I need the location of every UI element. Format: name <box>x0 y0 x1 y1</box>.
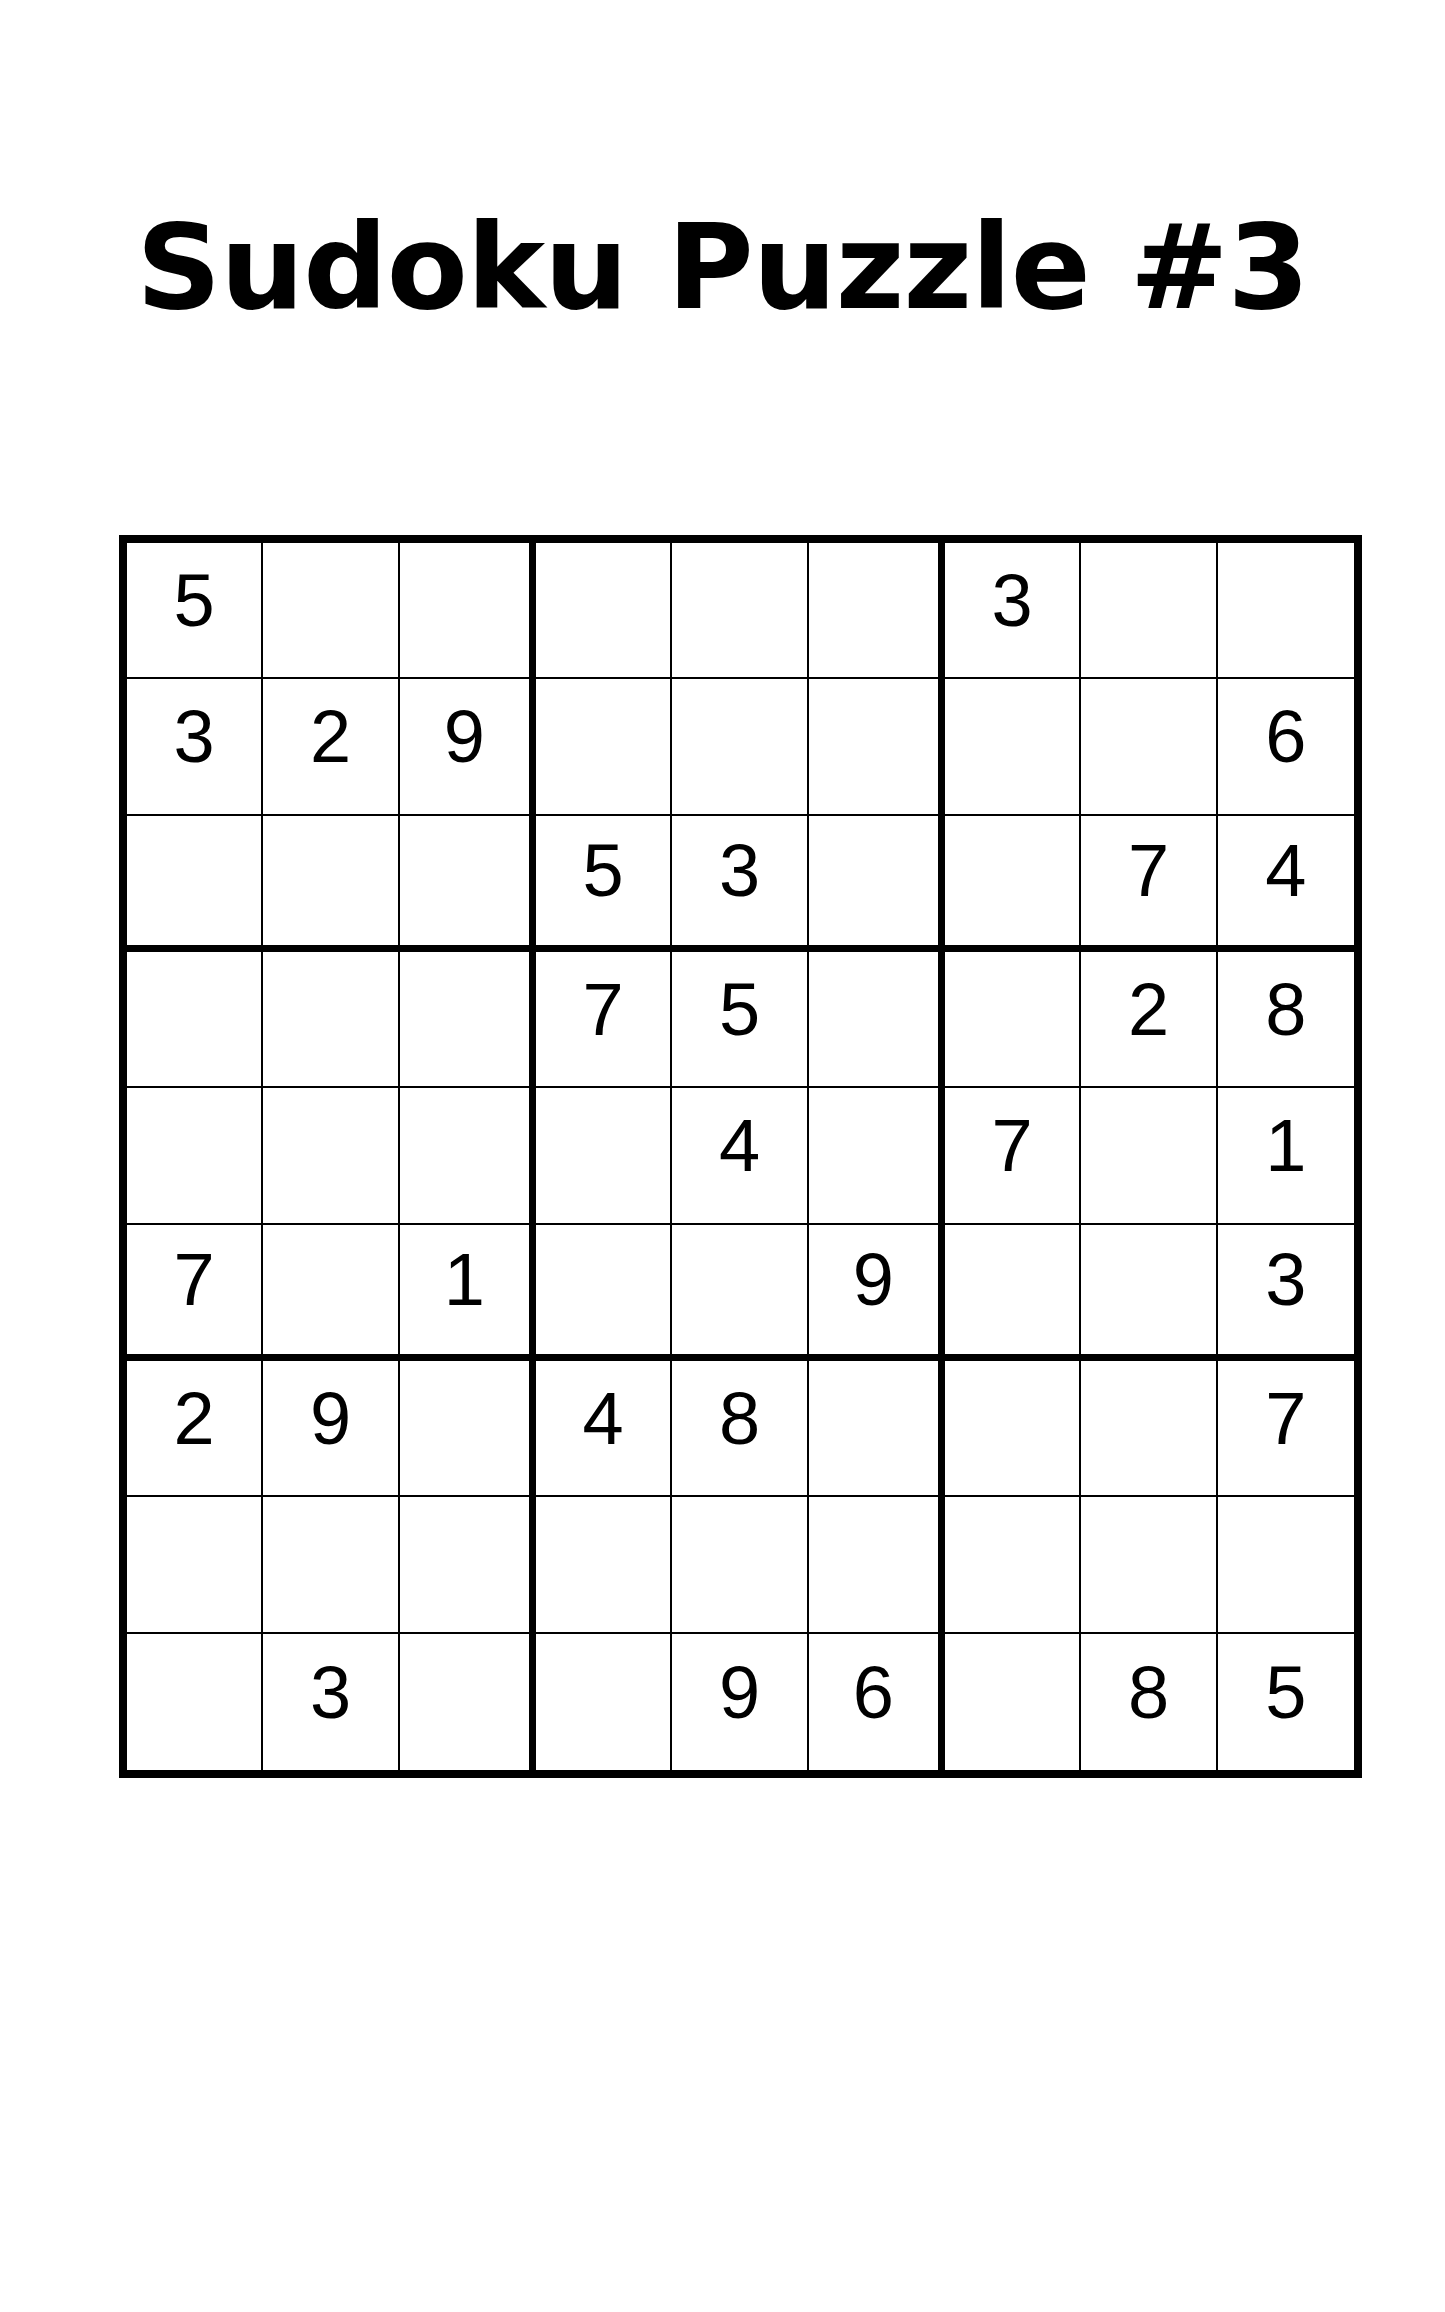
given-digit: 8 <box>1265 973 1306 1047</box>
cell-r8c9[interactable] <box>1218 1497 1354 1633</box>
cell-r4c7[interactable] <box>945 952 1081 1088</box>
cell-r1c2[interactable] <box>263 543 399 679</box>
given-digit: 3 <box>174 700 215 774</box>
cell-r3c9[interactable]: 4 <box>1218 816 1354 952</box>
cell-r6c5[interactable] <box>672 1225 808 1361</box>
given-digit: 3 <box>1265 1243 1306 1317</box>
cell-r6c3[interactable]: 1 <box>400 1225 536 1361</box>
cell-r7c3[interactable] <box>400 1361 536 1497</box>
cell-r3c8[interactable]: 7 <box>1081 816 1217 952</box>
cell-r4c2[interactable] <box>263 952 399 1088</box>
cell-r1c4[interactable] <box>536 543 672 679</box>
cell-r9c9[interactable]: 5 <box>1218 1634 1354 1770</box>
cell-r7c7[interactable] <box>945 1361 1081 1497</box>
cell-r6c9[interactable]: 3 <box>1218 1225 1354 1361</box>
cell-r6c2[interactable] <box>263 1225 399 1361</box>
cell-r5c7[interactable]: 7 <box>945 1088 1081 1224</box>
cell-r2c9[interactable]: 6 <box>1218 679 1354 815</box>
cell-r9c2[interactable]: 3 <box>263 1634 399 1770</box>
cell-r8c1[interactable] <box>127 1497 263 1633</box>
cell-r5c2[interactable] <box>263 1088 399 1224</box>
cell-r9c5[interactable]: 9 <box>672 1634 808 1770</box>
cell-r4c9[interactable]: 8 <box>1218 952 1354 1088</box>
given-digit: 9 <box>853 1243 894 1317</box>
cell-r5c9[interactable]: 1 <box>1218 1088 1354 1224</box>
cell-r2c2[interactable]: 2 <box>263 679 399 815</box>
cell-r1c1[interactable]: 5 <box>127 543 263 679</box>
cell-r1c3[interactable] <box>400 543 536 679</box>
cell-r7c9[interactable]: 7 <box>1218 1361 1354 1497</box>
cell-r3c4[interactable]: 5 <box>536 816 672 952</box>
cell-r1c9[interactable] <box>1218 543 1354 679</box>
cell-r2c4[interactable] <box>536 679 672 815</box>
cell-r5c3[interactable] <box>400 1088 536 1224</box>
given-digit: 7 <box>583 973 624 1047</box>
given-digit: 3 <box>992 564 1033 638</box>
cell-r5c4[interactable] <box>536 1088 672 1224</box>
cell-r2c3[interactable]: 9 <box>400 679 536 815</box>
given-digit: 4 <box>719 1109 760 1183</box>
given-digit: 5 <box>1265 1656 1306 1730</box>
cell-r6c7[interactable] <box>945 1225 1081 1361</box>
cell-r1c7[interactable]: 3 <box>945 543 1081 679</box>
cell-r9c8[interactable]: 8 <box>1081 1634 1217 1770</box>
cell-r2c1[interactable]: 3 <box>127 679 263 815</box>
given-digit: 7 <box>992 1109 1033 1183</box>
cell-r9c3[interactable] <box>400 1634 536 1770</box>
cell-r2c8[interactable] <box>1081 679 1217 815</box>
given-digit: 3 <box>310 1656 351 1730</box>
cell-r8c4[interactable] <box>536 1497 672 1633</box>
cell-r1c8[interactable] <box>1081 543 1217 679</box>
sudoku-board: 5332965374752847171932948739685 <box>119 535 1362 1778</box>
cell-r2c5[interactable] <box>672 679 808 815</box>
given-digit: 5 <box>583 834 624 908</box>
cell-r7c8[interactable] <box>1081 1361 1217 1497</box>
given-digit: 4 <box>583 1382 624 1456</box>
given-digit: 5 <box>719 973 760 1047</box>
cell-r1c6[interactable] <box>809 543 945 679</box>
cell-r9c1[interactable] <box>127 1634 263 1770</box>
cell-r6c8[interactable] <box>1081 1225 1217 1361</box>
given-digit: 9 <box>444 700 485 774</box>
cell-r3c3[interactable] <box>400 816 536 952</box>
cell-r2c7[interactable] <box>945 679 1081 815</box>
cell-r1c5[interactable] <box>672 543 808 679</box>
cell-r9c7[interactable] <box>945 1634 1081 1770</box>
cell-r5c5[interactable]: 4 <box>672 1088 808 1224</box>
given-digit: 1 <box>444 1243 485 1317</box>
cell-r8c5[interactable] <box>672 1497 808 1633</box>
given-digit: 6 <box>1265 700 1306 774</box>
cell-r9c6[interactable]: 6 <box>809 1634 945 1770</box>
cell-r8c7[interactable] <box>945 1497 1081 1633</box>
cell-r7c6[interactable] <box>809 1361 945 1497</box>
cell-r4c6[interactable] <box>809 952 945 1088</box>
cell-r6c1[interactable]: 7 <box>127 1225 263 1361</box>
cell-r7c4[interactable]: 4 <box>536 1361 672 1497</box>
cell-r6c6[interactable]: 9 <box>809 1225 945 1361</box>
given-digit: 7 <box>1128 834 1169 908</box>
cell-r4c1[interactable] <box>127 952 263 1088</box>
page-title: Sudoku Puzzle #3 <box>0 208 1445 326</box>
cell-r3c1[interactable] <box>127 816 263 952</box>
given-digit: 9 <box>719 1656 760 1730</box>
cell-r3c6[interactable] <box>809 816 945 952</box>
cell-r5c1[interactable] <box>127 1088 263 1224</box>
cell-r8c3[interactable] <box>400 1497 536 1633</box>
cell-r6c4[interactable] <box>536 1225 672 1361</box>
cell-r8c2[interactable] <box>263 1497 399 1633</box>
cell-r3c5[interactable]: 3 <box>672 816 808 952</box>
given-digit: 6 <box>853 1656 894 1730</box>
given-digit: 2 <box>310 700 351 774</box>
cell-r8c8[interactable] <box>1081 1497 1217 1633</box>
cell-r2c6[interactable] <box>809 679 945 815</box>
given-digit: 7 <box>1265 1382 1306 1456</box>
given-digit: 7 <box>174 1243 215 1317</box>
cell-r3c7[interactable] <box>945 816 1081 952</box>
cell-r9c4[interactable] <box>536 1634 672 1770</box>
given-digit: 8 <box>1128 1656 1169 1730</box>
cell-r5c6[interactable] <box>809 1088 945 1224</box>
cell-r4c5[interactable]: 5 <box>672 952 808 1088</box>
cell-r4c4[interactable]: 7 <box>536 952 672 1088</box>
given-digit: 2 <box>174 1382 215 1456</box>
given-digit: 3 <box>719 834 760 908</box>
cell-r8c6[interactable] <box>809 1497 945 1633</box>
given-digit: 1 <box>1265 1109 1306 1183</box>
given-digit: 4 <box>1265 834 1306 908</box>
cell-r7c1[interactable]: 2 <box>127 1361 263 1497</box>
cell-r3c2[interactable] <box>263 816 399 952</box>
cell-r4c8[interactable]: 2 <box>1081 952 1217 1088</box>
given-digit: 8 <box>719 1382 760 1456</box>
cell-r5c8[interactable] <box>1081 1088 1217 1224</box>
cell-r7c2[interactable]: 9 <box>263 1361 399 1497</box>
cell-r4c3[interactable] <box>400 952 536 1088</box>
given-digit: 5 <box>174 564 215 638</box>
cell-r7c5[interactable]: 8 <box>672 1361 808 1497</box>
given-digit: 2 <box>1128 973 1169 1047</box>
given-digit: 9 <box>310 1382 351 1456</box>
